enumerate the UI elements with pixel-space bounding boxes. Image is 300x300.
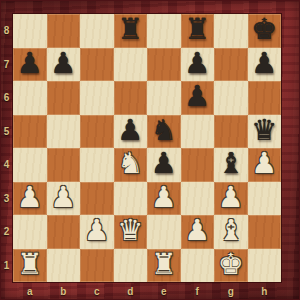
- square-e5[interactable]: ♞: [147, 115, 181, 149]
- piece-black-pawn: ♟: [184, 82, 210, 111]
- square-a6[interactable]: [13, 81, 47, 115]
- square-g6[interactable]: [214, 81, 248, 115]
- square-a2[interactable]: [13, 215, 47, 249]
- board: ♜♜♚♟♟♟♟♟♟♞♛♞♟♝♟♟♟♟♟♟♛♟♝♜♜♚: [13, 14, 281, 282]
- rank-label-3: 3: [0, 182, 13, 216]
- piece-white-knight: ♞: [117, 149, 143, 178]
- piece-black-rook: ♜: [117, 15, 143, 44]
- square-b3[interactable]: ♟: [47, 182, 81, 216]
- square-h5[interactable]: ♛: [248, 115, 282, 149]
- square-a1[interactable]: ♜: [13, 249, 47, 283]
- file-label-b: b: [47, 282, 81, 300]
- square-a4[interactable]: [13, 148, 47, 182]
- rank-label-1: 1: [0, 249, 13, 283]
- square-c3[interactable]: [80, 182, 114, 216]
- square-b8[interactable]: [47, 14, 81, 48]
- file-label-d: d: [114, 282, 148, 300]
- square-d6[interactable]: [114, 81, 148, 115]
- square-f6[interactable]: ♟: [181, 81, 215, 115]
- square-a5[interactable]: [13, 115, 47, 149]
- piece-white-rook: ♜: [17, 250, 43, 279]
- rank-label-6: 6: [0, 81, 13, 115]
- piece-white-pawn: ♟: [17, 183, 43, 212]
- square-g1[interactable]: ♚: [214, 249, 248, 283]
- file-label-a: a: [13, 282, 47, 300]
- square-b2[interactable]: [47, 215, 81, 249]
- file-label-f: f: [181, 282, 215, 300]
- square-b7[interactable]: ♟: [47, 48, 81, 82]
- square-g2[interactable]: ♝: [214, 215, 248, 249]
- piece-white-pawn: ♟: [251, 149, 277, 178]
- square-h7[interactable]: ♟: [248, 48, 282, 82]
- square-d8[interactable]: ♜: [114, 14, 148, 48]
- piece-white-pawn: ♟: [50, 183, 76, 212]
- chess-board-frame: ♜♜♚♟♟♟♟♟♟♞♛♞♟♝♟♟♟♟♟♟♛♟♝♜♜♚ 8 7 6 5 4 3 2…: [0, 0, 300, 300]
- square-f5[interactable]: [181, 115, 215, 149]
- rank-label-5: 5: [0, 115, 13, 149]
- square-e4[interactable]: ♟: [147, 148, 181, 182]
- square-g5[interactable]: [214, 115, 248, 149]
- piece-white-king: ♚: [218, 250, 244, 279]
- square-a3[interactable]: ♟: [13, 182, 47, 216]
- square-c8[interactable]: [80, 14, 114, 48]
- square-h3[interactable]: [248, 182, 282, 216]
- square-a8[interactable]: [13, 14, 47, 48]
- piece-black-pawn: ♟: [251, 49, 277, 78]
- square-e6[interactable]: [147, 81, 181, 115]
- piece-black-rook: ♜: [184, 15, 210, 44]
- piece-black-pawn: ♟: [50, 49, 76, 78]
- piece-black-queen: ♛: [251, 116, 277, 145]
- square-c4[interactable]: [80, 148, 114, 182]
- square-b5[interactable]: [47, 115, 81, 149]
- piece-black-bishop: ♝: [218, 149, 244, 178]
- piece-white-rook: ♜: [151, 250, 177, 279]
- square-e7[interactable]: [147, 48, 181, 82]
- square-h8[interactable]: ♚: [248, 14, 282, 48]
- square-d5[interactable]: ♟: [114, 115, 148, 149]
- piece-black-pawn: ♟: [184, 49, 210, 78]
- square-h6[interactable]: [248, 81, 282, 115]
- square-b6[interactable]: [47, 81, 81, 115]
- square-f4[interactable]: [181, 148, 215, 182]
- square-h4[interactable]: ♟: [248, 148, 282, 182]
- square-h2[interactable]: [248, 215, 282, 249]
- square-d4[interactable]: ♞: [114, 148, 148, 182]
- rank-label-4: 4: [0, 148, 13, 182]
- piece-white-pawn: ♟: [84, 216, 110, 245]
- square-f3[interactable]: [181, 182, 215, 216]
- rank-label-2: 2: [0, 215, 13, 249]
- square-d2[interactable]: ♛: [114, 215, 148, 249]
- square-d7[interactable]: [114, 48, 148, 82]
- rank-label-7: 7: [0, 48, 13, 82]
- piece-white-pawn: ♟: [151, 183, 177, 212]
- square-d1[interactable]: [114, 249, 148, 283]
- piece-black-pawn: ♟: [151, 149, 177, 178]
- piece-black-pawn: ♟: [117, 116, 143, 145]
- square-g4[interactable]: ♝: [214, 148, 248, 182]
- rank-labels: 8 7 6 5 4 3 2 1: [0, 14, 13, 282]
- file-label-c: c: [80, 282, 114, 300]
- square-f7[interactable]: ♟: [181, 48, 215, 82]
- file-label-h: h: [248, 282, 282, 300]
- square-b1[interactable]: [47, 249, 81, 283]
- piece-white-queen: ♛: [117, 216, 143, 245]
- piece-white-pawn: ♟: [218, 183, 244, 212]
- file-label-g: g: [214, 282, 248, 300]
- square-e3[interactable]: ♟: [147, 182, 181, 216]
- square-c5[interactable]: [80, 115, 114, 149]
- square-e1[interactable]: ♜: [147, 249, 181, 283]
- file-label-e: e: [147, 282, 181, 300]
- square-e8[interactable]: [147, 14, 181, 48]
- file-labels: a b c d e f g h: [13, 282, 281, 300]
- piece-black-knight: ♞: [151, 116, 177, 145]
- piece-white-pawn: ♟: [184, 216, 210, 245]
- square-b4[interactable]: [47, 148, 81, 182]
- square-c6[interactable]: [80, 81, 114, 115]
- square-g3[interactable]: ♟: [214, 182, 248, 216]
- piece-black-king: ♚: [251, 15, 277, 44]
- piece-black-pawn: ♟: [17, 49, 43, 78]
- square-d3[interactable]: [114, 182, 148, 216]
- square-h1[interactable]: [248, 249, 282, 283]
- square-f8[interactable]: ♜: [181, 14, 215, 48]
- square-f1[interactable]: [181, 249, 215, 283]
- square-e2[interactable]: [147, 215, 181, 249]
- square-c2[interactable]: ♟: [80, 215, 114, 249]
- square-c1[interactable]: [80, 249, 114, 283]
- square-f2[interactable]: ♟: [181, 215, 215, 249]
- square-g8[interactable]: [214, 14, 248, 48]
- square-c7[interactable]: [80, 48, 114, 82]
- piece-white-bishop: ♝: [218, 216, 244, 245]
- square-a7[interactable]: ♟: [13, 48, 47, 82]
- square-g7[interactable]: [214, 48, 248, 82]
- rank-label-8: 8: [0, 14, 13, 48]
